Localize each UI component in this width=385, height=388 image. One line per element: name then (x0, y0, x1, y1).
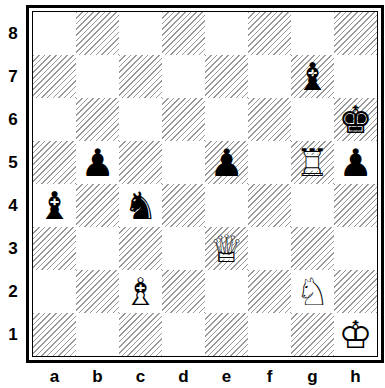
square-g8[interactable] (291, 12, 334, 55)
square-a3[interactable] (33, 227, 76, 270)
square-c6[interactable] (119, 98, 162, 141)
square-g7[interactable]: ♝ (291, 55, 334, 98)
square-b8[interactable] (76, 12, 119, 55)
square-b2[interactable] (76, 270, 119, 313)
square-a1[interactable] (33, 313, 76, 356)
rank-label-3: 3 (0, 227, 26, 270)
black-bishop-icon: ♝ (33, 184, 76, 227)
square-e6[interactable] (205, 98, 248, 141)
file-labels: abcdefgh (33, 363, 385, 387)
square-g2[interactable]: ♞♘ (291, 270, 334, 313)
square-f4[interactable] (248, 184, 291, 227)
file-label-f: f (248, 367, 291, 387)
file-label-d: d (162, 367, 205, 387)
square-g4[interactable] (291, 184, 334, 227)
board-frame: ♝♚♟♟♜♖♟♝♞♛♕♝♗♞♘♚♔ (26, 5, 384, 363)
square-g6[interactable] (291, 98, 334, 141)
file-label-a: a (33, 367, 76, 387)
square-d7[interactable] (162, 55, 205, 98)
chess-diagram: 87654321 ♝♚♟♟♜♖♟♝♞♛♕♝♗♞♘♚♔ abcdefgh (0, 0, 385, 387)
square-e2[interactable] (205, 270, 248, 313)
square-b4[interactable] (76, 184, 119, 227)
square-h7[interactable] (334, 55, 377, 98)
square-d4[interactable] (162, 184, 205, 227)
square-a5[interactable] (33, 141, 76, 184)
piece-white-bishop-c2: ♝♗ (119, 270, 162, 313)
black-pawn-icon: ♟ (205, 141, 248, 184)
square-c2[interactable]: ♝♗ (119, 270, 162, 313)
black-king-icon: ♚ (334, 98, 377, 141)
square-f6[interactable] (248, 98, 291, 141)
piece-white-queen-e3: ♛♕ (205, 227, 248, 270)
chess-board: ♝♚♟♟♜♖♟♝♞♛♕♝♗♞♘♚♔ (32, 11, 378, 357)
square-f3[interactable] (248, 227, 291, 270)
rank-labels: 87654321 (0, 5, 26, 356)
square-e4[interactable] (205, 184, 248, 227)
piece-black-pawn-b5: ♟ (76, 141, 119, 184)
piece-black-king-h6: ♚ (334, 98, 377, 141)
square-f2[interactable] (248, 270, 291, 313)
white-queen-icon: ♕ (205, 227, 248, 270)
rank-label-7: 7 (0, 55, 26, 98)
file-label-g: g (291, 367, 334, 387)
file-label-c: c (119, 367, 162, 387)
square-f7[interactable] (248, 55, 291, 98)
square-a2[interactable] (33, 270, 76, 313)
rank-label-8: 8 (0, 12, 26, 55)
square-f5[interactable] (248, 141, 291, 184)
square-a6[interactable] (33, 98, 76, 141)
piece-white-knight-g2: ♞♘ (291, 270, 334, 313)
square-d1[interactable] (162, 313, 205, 356)
rank-label-1: 1 (0, 313, 26, 356)
square-g5[interactable]: ♜♖ (291, 141, 334, 184)
square-h4[interactable] (334, 184, 377, 227)
square-h1[interactable]: ♚♔ (334, 313, 377, 356)
square-b6[interactable] (76, 98, 119, 141)
square-h2[interactable] (334, 270, 377, 313)
square-b7[interactable] (76, 55, 119, 98)
rank-label-6: 6 (0, 98, 26, 141)
square-f8[interactable] (248, 12, 291, 55)
square-c8[interactable] (119, 12, 162, 55)
rank-label-5: 5 (0, 141, 26, 184)
square-b3[interactable] (76, 227, 119, 270)
square-c5[interactable] (119, 141, 162, 184)
square-a8[interactable] (33, 12, 76, 55)
rank-label-2: 2 (0, 270, 26, 313)
white-rook-icon: ♖ (291, 141, 334, 184)
square-h6[interactable]: ♚ (334, 98, 377, 141)
square-a4[interactable]: ♝ (33, 184, 76, 227)
file-label-b: b (76, 367, 119, 387)
square-d6[interactable] (162, 98, 205, 141)
square-h5[interactable]: ♟ (334, 141, 377, 184)
white-king-icon: ♔ (334, 313, 377, 356)
piece-black-bishop-g7: ♝ (291, 55, 334, 98)
square-c7[interactable] (119, 55, 162, 98)
square-d8[interactable] (162, 12, 205, 55)
square-a7[interactable] (33, 55, 76, 98)
square-b1[interactable] (76, 313, 119, 356)
square-h8[interactable] (334, 12, 377, 55)
square-e8[interactable] (205, 12, 248, 55)
black-bishop-icon: ♝ (291, 55, 334, 98)
square-h3[interactable] (334, 227, 377, 270)
black-knight-icon: ♞ (119, 184, 162, 227)
piece-black-pawn-e5: ♟ (205, 141, 248, 184)
square-b5[interactable]: ♟ (76, 141, 119, 184)
file-label-h: h (334, 367, 377, 387)
square-d2[interactable] (162, 270, 205, 313)
piece-white-king-h1: ♚♔ (334, 313, 377, 356)
square-e7[interactable] (205, 55, 248, 98)
square-c1[interactable] (119, 313, 162, 356)
black-pawn-icon: ♟ (76, 141, 119, 184)
black-pawn-icon: ♟ (334, 141, 377, 184)
square-g3[interactable] (291, 227, 334, 270)
square-d5[interactable] (162, 141, 205, 184)
square-g1[interactable] (291, 313, 334, 356)
square-e3[interactable]: ♛♕ (205, 227, 248, 270)
square-f1[interactable] (248, 313, 291, 356)
square-c3[interactable] (119, 227, 162, 270)
file-label-e: e (205, 367, 248, 387)
square-e5[interactable]: ♟ (205, 141, 248, 184)
white-knight-icon: ♘ (291, 270, 334, 313)
piece-white-rook-g5: ♜♖ (291, 141, 334, 184)
square-e1[interactable] (205, 313, 248, 356)
white-bishop-icon: ♗ (119, 270, 162, 313)
piece-black-pawn-h5: ♟ (334, 141, 377, 184)
rank-label-4: 4 (0, 184, 26, 227)
square-c4[interactable]: ♞ (119, 184, 162, 227)
piece-black-knight-c4: ♞ (119, 184, 162, 227)
square-d3[interactable] (162, 227, 205, 270)
piece-black-bishop-a4: ♝ (33, 184, 76, 227)
